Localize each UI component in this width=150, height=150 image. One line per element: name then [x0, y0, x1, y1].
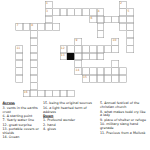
- grid-cell[interactable]: 15: [82, 75, 89, 82]
- grid-cell[interactable]: [15, 68, 22, 75]
- across-clue-13: 13. portable covers or shields: [3, 127, 43, 135]
- down-clue-10: 10. military slang hand grenade: [100, 122, 149, 130]
- clue-number: 11: [16, 46, 20, 49]
- down-clue-4: 4. gives: [43, 127, 99, 131]
- grid-cell[interactable]: [30, 38, 37, 45]
- grid-cell[interactable]: [38, 23, 45, 30]
- grid-cell[interactable]: [119, 8, 126, 15]
- grid-cell[interactable]: 2: [119, 1, 126, 8]
- grid-cell[interactable]: [75, 53, 82, 60]
- grid-cell[interactable]: [30, 60, 37, 67]
- grid-cell[interactable]: [30, 53, 37, 60]
- grid-cell[interactable]: [119, 23, 126, 30]
- grid-cell[interactable]: 16: [23, 90, 30, 97]
- grid-cell[interactable]: [119, 68, 126, 75]
- grid-cell[interactable]: [126, 23, 133, 30]
- grid-cell[interactable]: [89, 75, 96, 82]
- grid-cell[interactable]: [67, 90, 74, 97]
- grid-cell[interactable]: [119, 16, 126, 23]
- clue-number: 13: [61, 53, 65, 56]
- grid-cell[interactable]: 11: [15, 45, 22, 52]
- grid-cell[interactable]: [75, 45, 82, 52]
- grid-cell[interactable]: [97, 68, 104, 75]
- grid-cell[interactable]: [30, 90, 37, 97]
- grid-cell[interactable]: 14: [75, 68, 82, 75]
- clue-number: 5: [127, 9, 129, 12]
- grid-cell[interactable]: [97, 23, 104, 30]
- clue-number: 10: [113, 38, 117, 41]
- grid-cell[interactable]: [30, 31, 37, 38]
- crossword-grid: 12345678910111213141516: [8, 1, 141, 97]
- grid-cell[interactable]: [67, 8, 74, 15]
- grid-cell[interactable]: [89, 45, 96, 52]
- clue-number: 4: [98, 9, 100, 12]
- grid-cell[interactable]: [52, 8, 59, 15]
- grid-cell[interactable]: [75, 8, 82, 15]
- grid-cell[interactable]: [89, 68, 96, 75]
- grid-cell[interactable]: [45, 16, 52, 23]
- across-clue-16: 16. a light hearted term of address: [43, 106, 99, 114]
- grid-cell[interactable]: [97, 45, 104, 52]
- clue-number: 6: [90, 16, 92, 19]
- grid-cell[interactable]: 7: [15, 23, 22, 30]
- grid-cell[interactable]: [126, 16, 133, 23]
- down-clue-5: 5. Annual festival of the christian chur…: [100, 102, 149, 110]
- grid-cell[interactable]: [82, 53, 89, 60]
- grid-cell[interactable]: 6: [89, 16, 96, 23]
- grid-cell[interactable]: [97, 75, 104, 82]
- grid-cell[interactable]: [104, 68, 111, 75]
- clue-column-left: Across3. vents in the earths crust6. A s…: [3, 102, 43, 141]
- grid-cell[interactable]: [38, 90, 45, 97]
- crossword-worksheet: 12345678910111213141516 Across3. vents i…: [0, 0, 150, 150]
- grid-cell[interactable]: [15, 53, 22, 60]
- grid-cell[interactable]: [119, 75, 126, 82]
- grid-cell[interactable]: [45, 90, 52, 97]
- clue-column-right: 5. Annual festival of the christian chur…: [100, 102, 149, 136]
- black-cell: [67, 53, 74, 60]
- grid-cell[interactable]: [30, 68, 37, 75]
- grid-cell[interactable]: [60, 90, 67, 97]
- grid-cell[interactable]: [52, 23, 59, 30]
- grid-cell[interactable]: [97, 31, 104, 38]
- clue-number: 12: [61, 46, 65, 49]
- grid-cell[interactable]: 5: [126, 8, 133, 15]
- clue-number: 8: [31, 24, 33, 27]
- grid-cell[interactable]: [89, 53, 96, 60]
- grid-cell[interactable]: 8: [30, 23, 37, 30]
- grid-cell[interactable]: [60, 8, 67, 15]
- grid-cell[interactable]: [112, 16, 119, 23]
- clue-number: 15: [83, 75, 87, 78]
- clue-number: 2: [120, 2, 122, 5]
- across-clue-14: 14. Ocean: [3, 136, 43, 140]
- grid-cell[interactable]: [104, 45, 111, 52]
- grid-cell[interactable]: [15, 75, 22, 82]
- grid-cell[interactable]: [15, 60, 22, 67]
- grid-cell[interactable]: 10: [112, 38, 119, 45]
- down-clue-8: 8. what makes todd cry like a lady: [100, 110, 149, 118]
- grid-cell[interactable]: [52, 90, 59, 97]
- grid-cell[interactable]: [126, 45, 133, 52]
- grid-cell[interactable]: [82, 45, 89, 52]
- grid-cell[interactable]: 3: [45, 8, 52, 15]
- grid-cell[interactable]: [82, 8, 89, 15]
- grid-cell[interactable]: [45, 23, 52, 30]
- grid-cell[interactable]: [23, 23, 30, 30]
- grid-cell[interactable]: [97, 53, 104, 60]
- grid-cell[interactable]: 13: [60, 53, 67, 60]
- clue-number: 1: [46, 2, 48, 5]
- grid-cell[interactable]: [30, 45, 37, 52]
- clue-number: 7: [16, 24, 18, 27]
- grid-cell[interactable]: [30, 82, 37, 89]
- grid-cell[interactable]: [112, 75, 119, 82]
- grid-cell[interactable]: [112, 45, 119, 52]
- clue-number: 3: [46, 9, 48, 12]
- grid-cell[interactable]: [97, 16, 104, 23]
- grid-cell[interactable]: [104, 16, 111, 23]
- clue-number: 16: [24, 90, 28, 93]
- across-clue-3: 3. vents in the earths crust: [3, 106, 43, 114]
- grid-cell[interactable]: 9: [75, 38, 82, 45]
- grid-cell[interactable]: [82, 68, 89, 75]
- grid-cell[interactable]: [126, 38, 133, 45]
- grid-cell[interactable]: [67, 45, 74, 52]
- clue-number: 14: [76, 68, 80, 71]
- grid-cell[interactable]: [126, 31, 133, 38]
- grid-cell[interactable]: [75, 60, 82, 67]
- grid-cell[interactable]: [112, 68, 119, 75]
- clue-number: 9: [76, 38, 78, 41]
- grid-cell[interactable]: 1: [45, 1, 52, 8]
- grid-cell[interactable]: [89, 8, 96, 15]
- grid-cell[interactable]: [30, 75, 37, 82]
- down-clue-11: 11. Precious from a Mollusk: [100, 131, 149, 135]
- grid-cell[interactable]: 12: [60, 45, 67, 52]
- grid-cell[interactable]: [112, 60, 119, 67]
- grid-cell[interactable]: [104, 75, 111, 82]
- grid-cell[interactable]: 4: [97, 8, 104, 15]
- clue-column-middle: 15. being the original sources16. a ligh…: [43, 102, 99, 132]
